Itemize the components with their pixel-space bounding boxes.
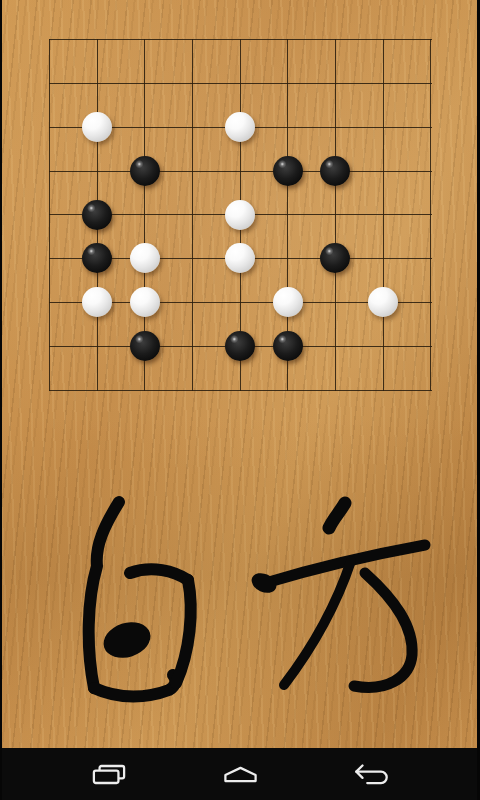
- white-stone: [225, 243, 255, 273]
- intersection-r4c1[interactable]: [73, 193, 121, 237]
- intersection-r7c7[interactable]: [359, 324, 407, 368]
- black-stone: [320, 156, 350, 186]
- intersection-r3c4[interactable]: [216, 149, 264, 193]
- intersection-r0c6[interactable]: [312, 17, 360, 61]
- intersection-r5c4[interactable]: [216, 237, 264, 281]
- intersection-r4c3[interactable]: [169, 193, 217, 237]
- white-stone: [225, 112, 255, 142]
- intersection-r5c6[interactable]: [312, 237, 360, 281]
- intersection-r7c8[interactable]: [407, 324, 455, 368]
- home-icon: [223, 766, 258, 783]
- recent-apps-icon: [92, 764, 126, 785]
- intersection-r6c3[interactable]: [169, 280, 217, 324]
- android-navbar: [0, 748, 480, 800]
- intersection-r1c6[interactable]: [312, 61, 360, 105]
- white-stone: [273, 287, 303, 317]
- intersection-r0c5[interactable]: [264, 17, 312, 61]
- intersection-r1c1[interactable]: [73, 61, 121, 105]
- intersection-r8c0[interactable]: [26, 368, 74, 412]
- black-stone: [273, 156, 303, 186]
- black-stone: [82, 200, 112, 230]
- back-icon: [353, 764, 391, 785]
- intersection-r7c3[interactable]: [169, 324, 217, 368]
- black-stone: [130, 331, 160, 361]
- intersection-r6c5[interactable]: [264, 280, 312, 324]
- intersection-r6c4[interactable]: [216, 280, 264, 324]
- white-stone: [82, 287, 112, 317]
- intersection-r6c6[interactable]: [312, 280, 360, 324]
- intersection-r2c4[interactable]: [216, 105, 264, 149]
- intersection-r8c4[interactable]: [216, 368, 264, 412]
- black-stone: [320, 243, 350, 273]
- intersection-r7c5[interactable]: [264, 324, 312, 368]
- intersection-r4c6[interactable]: [312, 193, 360, 237]
- intersection-r5c7[interactable]: [359, 237, 407, 281]
- app-screen: 白方: [0, 0, 480, 800]
- intersection-r2c8[interactable]: [407, 105, 455, 149]
- intersection-r8c5[interactable]: [264, 368, 312, 412]
- intersection-r1c5[interactable]: [264, 61, 312, 105]
- intersection-r4c5[interactable]: [264, 193, 312, 237]
- board-grid: [26, 17, 455, 411]
- white-stone: [130, 287, 160, 317]
- intersection-r2c6[interactable]: [312, 105, 360, 149]
- intersection-r5c0[interactable]: [26, 237, 74, 281]
- intersection-r0c8[interactable]: [407, 17, 455, 61]
- intersection-r3c6[interactable]: [312, 149, 360, 193]
- intersection-r7c0[interactable]: [26, 324, 74, 368]
- intersection-r6c0[interactable]: [26, 280, 74, 324]
- intersection-r5c3[interactable]: [169, 237, 217, 281]
- recent-apps-button[interactable]: [77, 748, 141, 800]
- home-button[interactable]: [208, 748, 272, 800]
- turn-indicator-calligraphy: [0, 450, 480, 750]
- intersection-r3c3[interactable]: [169, 149, 217, 193]
- intersection-r2c7[interactable]: [359, 105, 407, 149]
- intersection-r4c4[interactable]: [216, 193, 264, 237]
- intersection-r2c3[interactable]: [169, 105, 217, 149]
- black-stone: [225, 331, 255, 361]
- intersection-r8c7[interactable]: [359, 368, 407, 412]
- back-button[interactable]: [340, 748, 404, 800]
- intersection-r8c6[interactable]: [312, 368, 360, 412]
- char-fang: [248, 503, 425, 687]
- intersection-r7c4[interactable]: [216, 324, 264, 368]
- intersection-r3c7[interactable]: [359, 149, 407, 193]
- intersection-r0c3[interactable]: [169, 17, 217, 61]
- intersection-r1c2[interactable]: [121, 61, 169, 105]
- intersection-r3c5[interactable]: [264, 149, 312, 193]
- intersection-r5c2[interactable]: [121, 237, 169, 281]
- intersection-r8c2[interactable]: [121, 368, 169, 412]
- intersection-r0c0[interactable]: [26, 17, 74, 61]
- intersection-r0c2[interactable]: [121, 17, 169, 61]
- intersection-r0c1[interactable]: [73, 17, 121, 61]
- intersection-r4c2[interactable]: [121, 193, 169, 237]
- white-stone: [130, 243, 160, 273]
- intersection-r4c0[interactable]: [26, 193, 74, 237]
- intersection-r2c1[interactable]: [73, 105, 121, 149]
- intersection-r7c1[interactable]: [73, 324, 121, 368]
- intersection-r0c4[interactable]: [216, 17, 264, 61]
- intersection-r3c0[interactable]: [26, 149, 74, 193]
- intersection-r5c8[interactable]: [407, 237, 455, 281]
- intersection-r1c8[interactable]: [407, 61, 455, 105]
- intersection-r7c2[interactable]: [121, 324, 169, 368]
- left-bezel: [0, 0, 2, 800]
- gomoku-board: [0, 0, 480, 420]
- white-stone: [225, 200, 255, 230]
- intersection-r7c6[interactable]: [312, 324, 360, 368]
- intersection-r1c0[interactable]: [26, 61, 74, 105]
- black-stone: [82, 243, 112, 273]
- intersection-r6c8[interactable]: [407, 280, 455, 324]
- intersection-r6c7[interactable]: [359, 280, 407, 324]
- intersection-r5c1[interactable]: [73, 237, 121, 281]
- intersection-r4c7[interactable]: [359, 193, 407, 237]
- intersection-r1c4[interactable]: [216, 61, 264, 105]
- black-stone: [273, 331, 303, 361]
- intersection-r6c1[interactable]: [73, 280, 121, 324]
- black-stone: [130, 156, 160, 186]
- intersection-r1c3[interactable]: [169, 61, 217, 105]
- intersection-r1c7[interactable]: [359, 61, 407, 105]
- white-stone: [368, 287, 398, 317]
- intersection-r2c5[interactable]: [264, 105, 312, 149]
- intersection-r5c5[interactable]: [264, 237, 312, 281]
- intersection-r3c8[interactable]: [407, 149, 455, 193]
- intersection-r2c2[interactable]: [121, 105, 169, 149]
- intersection-r4c8[interactable]: [407, 193, 455, 237]
- intersection-r8c8[interactable]: [407, 368, 455, 412]
- intersection-r2c0[interactable]: [26, 105, 74, 149]
- intersection-r6c2[interactable]: [121, 280, 169, 324]
- char-bai: [89, 502, 191, 697]
- intersection-r3c1[interactable]: [73, 149, 121, 193]
- intersection-r8c3[interactable]: [169, 368, 217, 412]
- intersection-r3c2[interactable]: [121, 149, 169, 193]
- intersection-r8c1[interactable]: [73, 368, 121, 412]
- intersection-r0c7[interactable]: [359, 17, 407, 61]
- white-stone: [82, 112, 112, 142]
